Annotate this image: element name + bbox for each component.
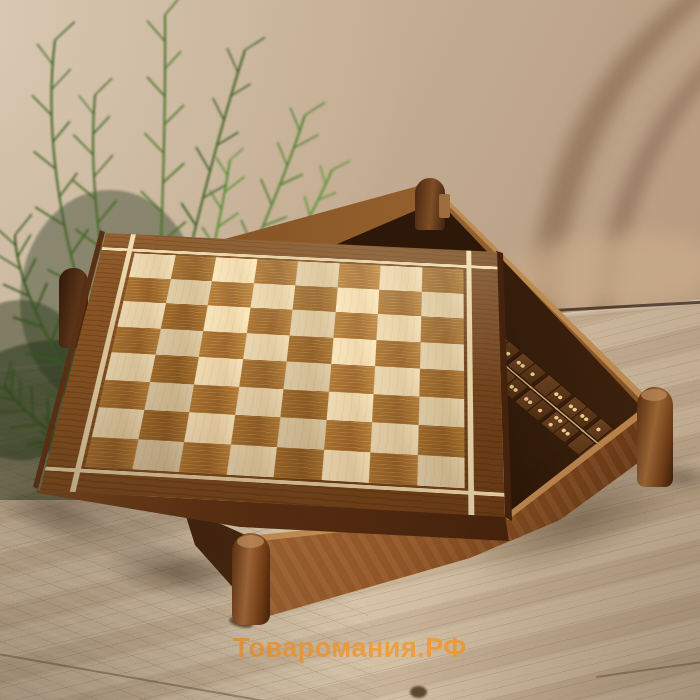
board-square: [226, 444, 277, 477]
board-square: [243, 333, 290, 362]
board-square: [132, 439, 184, 472]
box-corner-post-right: [637, 387, 673, 487]
board-square: [144, 382, 194, 413]
board-square: [129, 253, 175, 279]
board-square: [418, 396, 464, 427]
board-square: [417, 455, 465, 489]
board-square: [105, 352, 155, 381]
board-square: [85, 436, 138, 469]
board-square: [254, 259, 298, 285]
board-square: [287, 335, 333, 364]
board-square: [239, 359, 287, 389]
board-square: [419, 342, 464, 371]
board-square: [378, 289, 421, 316]
board-square: [273, 447, 323, 480]
board-square: [417, 425, 464, 457]
board-square: [284, 362, 331, 392]
board-square: [335, 287, 379, 314]
board-square: [379, 265, 422, 291]
board-square: [170, 255, 216, 281]
board-square: [138, 410, 189, 442]
board-square: [375, 340, 420, 369]
wood-knot: [410, 686, 427, 698]
board-square: [199, 331, 247, 360]
board-square: [321, 449, 370, 482]
board-square: [369, 452, 418, 486]
board-square: [123, 277, 170, 303]
board-square: [280, 389, 328, 420]
board-square: [184, 412, 235, 444]
watermark-text: Товаромания.РФ: [233, 633, 467, 664]
board-square: [333, 312, 378, 340]
board-square: [155, 328, 203, 356]
box-corner-post-bottom: [232, 533, 270, 625]
board-square: [374, 366, 420, 396]
board-square: [111, 326, 160, 354]
board-square: [372, 394, 419, 425]
board-square: [295, 261, 339, 287]
board-square: [290, 310, 335, 338]
board-square: [328, 364, 375, 394]
board-square: [370, 422, 418, 454]
board-square: [250, 283, 295, 310]
board-square: [208, 281, 254, 308]
chess-board: [85, 253, 465, 488]
board-square: [420, 316, 464, 344]
board-square: [292, 285, 337, 312]
board-square: [165, 279, 211, 306]
board-square: [92, 407, 144, 439]
board-square: [179, 442, 231, 475]
board-square: [324, 420, 372, 452]
board-square: [235, 387, 284, 418]
board-square: [194, 357, 243, 387]
board-square: [326, 391, 373, 422]
board-square: [337, 263, 380, 289]
board-square: [376, 314, 420, 342]
board-square: [203, 305, 250, 333]
board-square: [212, 257, 257, 283]
board-square: [99, 379, 150, 410]
board-square: [421, 291, 464, 318]
board-square: [160, 303, 207, 330]
board-square: [277, 417, 326, 449]
board-square: [419, 369, 464, 399]
board-square: [230, 415, 280, 447]
board-square: [421, 267, 463, 293]
board-square: [189, 384, 239, 415]
board-square: [331, 337, 377, 366]
board-square: [150, 355, 199, 385]
product-photo-scene: Товаромания.РФ: [0, 0, 700, 700]
chessboard-lid: [40, 233, 505, 517]
board-square: [118, 301, 166, 328]
board-square: [246, 308, 292, 336]
box-corner-post-top: [415, 178, 445, 230]
